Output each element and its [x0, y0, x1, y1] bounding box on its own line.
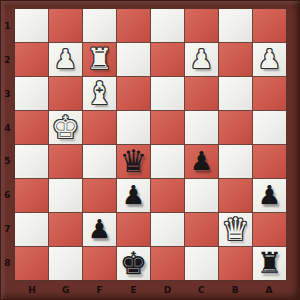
white-rook[interactable]: ♜ — [87, 43, 113, 76]
square-b2[interactable] — [219, 43, 252, 76]
white-pawn[interactable]: ♟ — [258, 43, 281, 76]
rank-label: 1 — [0, 9, 15, 43]
file-label: E — [117, 282, 151, 298]
square-e2[interactable] — [117, 43, 150, 76]
square-d2[interactable] — [151, 43, 184, 76]
square-f3[interactable]: ♝ — [83, 77, 116, 110]
square-g2[interactable]: ♟ — [49, 43, 82, 76]
rank-label: 8 — [0, 246, 15, 280]
square-b5[interactable] — [219, 145, 252, 178]
square-g5[interactable] — [49, 145, 82, 178]
square-d1[interactable] — [151, 9, 184, 42]
square-a1[interactable] — [253, 9, 286, 42]
square-h6[interactable] — [15, 179, 48, 212]
square-f4[interactable] — [83, 111, 116, 144]
square-a3[interactable] — [253, 77, 286, 110]
square-f6[interactable] — [83, 179, 116, 212]
square-f7[interactable]: ♟ — [83, 213, 116, 246]
white-queen[interactable]: ♛ — [222, 213, 250, 246]
white-pawn[interactable]: ♟ — [54, 43, 77, 76]
file-label: B — [218, 282, 252, 298]
square-a7[interactable] — [253, 213, 286, 246]
square-e1[interactable] — [117, 9, 150, 42]
rank-label: 3 — [0, 77, 15, 111]
rank-label: 7 — [0, 212, 15, 246]
black-pawn[interactable]: ♟ — [88, 213, 111, 246]
square-e3[interactable] — [117, 77, 150, 110]
square-d4[interactable] — [151, 111, 184, 144]
square-g3[interactable] — [49, 77, 82, 110]
square-d8[interactable] — [151, 247, 184, 280]
rank-label: 5 — [0, 145, 15, 179]
black-king[interactable]: ♚ — [120, 247, 148, 280]
square-e5[interactable]: ♛ — [117, 145, 150, 178]
file-label: A — [252, 282, 286, 298]
square-c6[interactable] — [185, 179, 218, 212]
file-label: C — [184, 282, 218, 298]
square-c8[interactable] — [185, 247, 218, 280]
square-b4[interactable] — [219, 111, 252, 144]
square-c7[interactable] — [185, 213, 218, 246]
black-rook[interactable]: ♜ — [257, 247, 283, 280]
rank-label: 4 — [0, 111, 15, 145]
square-h1[interactable] — [15, 9, 48, 42]
square-g1[interactable] — [49, 9, 82, 42]
rank-label: 2 — [0, 43, 15, 77]
file-label: D — [151, 282, 185, 298]
square-c3[interactable] — [185, 77, 218, 110]
square-d7[interactable] — [151, 213, 184, 246]
square-e6[interactable]: ♟ — [117, 179, 150, 212]
chessboard-frame: 12345678 ♟♜♟♟♝♚♛♟♟♟♟♛♚♜ HGFEDCBA — [0, 0, 300, 300]
square-b1[interactable] — [219, 9, 252, 42]
square-d3[interactable] — [151, 77, 184, 110]
square-b7[interactable]: ♛ — [219, 213, 252, 246]
file-label: G — [49, 282, 83, 298]
square-a2[interactable]: ♟ — [253, 43, 286, 76]
rank-label: 6 — [0, 178, 15, 212]
square-g7[interactable] — [49, 213, 82, 246]
square-e8[interactable]: ♚ — [117, 247, 150, 280]
square-g4[interactable]: ♚ — [49, 111, 82, 144]
square-h3[interactable] — [15, 77, 48, 110]
black-pawn[interactable]: ♟ — [122, 179, 145, 212]
white-pawn[interactable]: ♟ — [190, 43, 213, 76]
square-c4[interactable] — [185, 111, 218, 144]
square-c5[interactable]: ♟ — [185, 145, 218, 178]
square-g6[interactable] — [49, 179, 82, 212]
square-c2[interactable]: ♟ — [185, 43, 218, 76]
black-pawn[interactable]: ♟ — [190, 145, 213, 178]
square-f1[interactable] — [83, 9, 116, 42]
square-h4[interactable] — [15, 111, 48, 144]
square-e7[interactable] — [117, 213, 150, 246]
black-queen[interactable]: ♛ — [120, 145, 148, 178]
rank-labels: 12345678 — [0, 9, 15, 280]
square-f8[interactable] — [83, 247, 116, 280]
square-b3[interactable] — [219, 77, 252, 110]
square-a8[interactable]: ♜ — [253, 247, 286, 280]
chess-board: ♟♜♟♟♝♚♛♟♟♟♟♛♚♜ — [15, 9, 286, 280]
file-label: H — [15, 282, 49, 298]
square-d6[interactable] — [151, 179, 184, 212]
square-e4[interactable] — [117, 111, 150, 144]
black-pawn[interactable]: ♟ — [258, 179, 281, 212]
square-a5[interactable] — [253, 145, 286, 178]
square-h8[interactable] — [15, 247, 48, 280]
square-h7[interactable] — [15, 213, 48, 246]
white-king[interactable]: ♚ — [52, 111, 80, 144]
file-labels: HGFEDCBA — [15, 282, 286, 298]
square-b8[interactable] — [219, 247, 252, 280]
square-c1[interactable] — [185, 9, 218, 42]
white-bishop[interactable]: ♝ — [86, 77, 114, 110]
square-h5[interactable] — [15, 145, 48, 178]
square-b6[interactable] — [219, 179, 252, 212]
square-a6[interactable]: ♟ — [253, 179, 286, 212]
square-g8[interactable] — [49, 247, 82, 280]
square-f2[interactable]: ♜ — [83, 43, 116, 76]
square-a4[interactable] — [253, 111, 286, 144]
square-f5[interactable] — [83, 145, 116, 178]
square-h2[interactable] — [15, 43, 48, 76]
file-label: F — [83, 282, 117, 298]
square-d5[interactable] — [151, 145, 184, 178]
